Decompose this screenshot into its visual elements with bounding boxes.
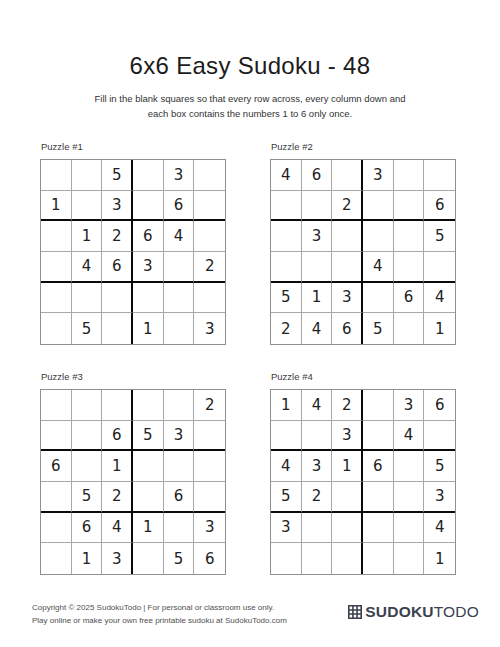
cell-r6c2-given: 1	[72, 543, 103, 574]
cell-r3c3-given: 1	[102, 451, 133, 482]
cell-r4c3-given: 6	[102, 252, 133, 283]
cell-r5c5-empty	[164, 513, 195, 544]
cell-r5c3-given: 4	[102, 513, 133, 544]
cell-r3c2-given: 3	[302, 221, 333, 252]
cell-r6c1-empty	[41, 543, 72, 574]
cell-r6c4-given: 5	[363, 313, 394, 344]
cell-r6c2-given: 5	[72, 313, 103, 344]
cell-r5c3-empty	[332, 513, 363, 544]
puzzle-2: Puzzle #2 463263545136424651	[270, 141, 456, 345]
cell-r6c5-empty	[394, 313, 425, 344]
cell-r5c5-given: 6	[394, 283, 425, 314]
cell-r5c6-given: 3	[194, 513, 225, 544]
cell-r1c3-given: 2	[332, 390, 363, 421]
cell-r2c5-given: 6	[164, 191, 195, 222]
cell-r1c6-given: 2	[194, 390, 225, 421]
cell-r3c2-given: 1	[72, 221, 103, 252]
cell-r2c2-empty	[72, 421, 103, 452]
cell-r3c5-empty	[164, 451, 195, 482]
cell-r1c1-empty	[41, 160, 72, 191]
cell-r3c4-given: 6	[363, 451, 394, 482]
cell-r4c4-empty	[363, 482, 394, 513]
cell-r5c5-empty	[394, 513, 425, 544]
cell-r6c3-empty	[102, 313, 133, 344]
cell-r1c5-given: 3	[394, 390, 425, 421]
cell-r4c5-empty	[164, 252, 195, 283]
logo-text-light: TODO	[434, 603, 479, 620]
cell-r2c2-empty	[302, 421, 333, 452]
cell-r2c5-given: 3	[164, 421, 195, 452]
cell-r4c2-given: 5	[72, 482, 103, 513]
grid-3x3-icon	[347, 604, 363, 620]
cell-r3c4-empty	[363, 221, 394, 252]
cell-r1c5-given: 3	[164, 160, 195, 191]
puzzle-1-label: Puzzle #1	[41, 141, 226, 152]
cell-r1c4-empty	[133, 390, 164, 421]
cell-r1c2-empty	[72, 390, 103, 421]
cell-r5c3-empty	[102, 283, 133, 314]
cell-r5c5-empty	[164, 283, 195, 314]
cell-r5c4-empty	[363, 513, 394, 544]
cell-r2c3-given: 6	[102, 421, 133, 452]
puzzle-3: Puzzle #3 26536152664131356	[40, 371, 226, 575]
cell-r4c3-empty	[332, 252, 363, 283]
cell-r2c4-empty	[363, 421, 394, 452]
cell-r2c6-empty	[424, 421, 455, 452]
cell-r2c6-empty	[194, 421, 225, 452]
cell-r1c5-empty	[164, 390, 195, 421]
cell-r2c4-empty	[363, 191, 394, 222]
cell-r2c2-empty	[72, 191, 103, 222]
cell-r4c3-given: 2	[102, 482, 133, 513]
cell-r5c3-given: 3	[332, 283, 363, 314]
cell-r4c1-empty	[41, 482, 72, 513]
puzzle-3-board: 26536152664131356	[40, 389, 226, 575]
cell-r2c2-empty	[302, 191, 333, 222]
cell-r5c4-empty	[363, 283, 394, 314]
cell-r5c6-given: 4	[424, 513, 455, 544]
cell-r4c6-empty	[194, 482, 225, 513]
cell-r1c1-empty	[41, 390, 72, 421]
cell-r4c2-given: 4	[72, 252, 103, 283]
cell-r2c4-empty	[133, 191, 164, 222]
cell-r4c4-given: 4	[363, 252, 394, 283]
cell-r6c4-empty	[133, 543, 164, 574]
cell-r4c4-given: 3	[133, 252, 164, 283]
cell-r4c1-given: 5	[271, 482, 302, 513]
cell-r2c1-empty	[271, 421, 302, 452]
cell-r4c5-empty	[394, 252, 425, 283]
cell-r6c1-empty	[41, 313, 72, 344]
cell-r2c6-empty	[194, 191, 225, 222]
cell-r3c1-empty	[271, 221, 302, 252]
cell-r3c1-given: 6	[41, 451, 72, 482]
cell-r1c1-given: 1	[271, 390, 302, 421]
cell-r6c1-given: 2	[271, 313, 302, 344]
cell-r3c4-empty	[133, 451, 164, 482]
cell-r1c6-given: 6	[424, 390, 455, 421]
cell-r2c4-given: 5	[133, 421, 164, 452]
cell-r6c2-given: 4	[302, 313, 333, 344]
cell-r6c6-given: 3	[194, 313, 225, 344]
cell-r4c1-empty	[271, 252, 302, 283]
puzzle-4-label: Puzzle #4	[271, 371, 456, 382]
cell-r5c1-given: 3	[271, 513, 302, 544]
cell-r4c6-given: 3	[424, 482, 455, 513]
cell-r1c2-given: 6	[302, 160, 333, 191]
cell-r4c4-empty	[133, 482, 164, 513]
cell-r4c5-empty	[394, 482, 425, 513]
cell-r6c4-empty	[363, 543, 394, 574]
cell-r3c2-given: 3	[302, 451, 333, 482]
cell-r6c6-given: 6	[194, 543, 225, 574]
cell-r3c5-empty	[394, 451, 425, 482]
cell-r5c2-empty	[302, 513, 333, 544]
cell-r6c5-given: 5	[164, 543, 195, 574]
cell-r1c3-empty	[102, 390, 133, 421]
cell-r4c1-empty	[41, 252, 72, 283]
cell-r1c6-empty	[194, 160, 225, 191]
cell-r5c2-empty	[72, 283, 103, 314]
cell-r4c5-given: 6	[164, 482, 195, 513]
cell-r1c3-given: 5	[102, 160, 133, 191]
cell-r2c3-given: 2	[332, 191, 363, 222]
instructions: Fill in the blank squares so that every …	[0, 92, 500, 121]
cell-r3c5-given: 4	[164, 221, 195, 252]
cell-r5c1-empty	[41, 513, 72, 544]
cell-r4c3-empty	[332, 482, 363, 513]
cell-r6c5-empty	[394, 543, 425, 574]
cell-r3c1-given: 4	[271, 451, 302, 482]
cell-r6c3-given: 6	[332, 313, 363, 344]
cell-r3c1-empty	[41, 221, 72, 252]
cell-r1c6-empty	[424, 160, 455, 191]
cell-r3c6-given: 5	[424, 221, 455, 252]
cell-r1c4-empty	[363, 390, 394, 421]
cell-r3c2-empty	[72, 451, 103, 482]
logo-text-bold: SUDOKU	[365, 603, 433, 620]
cell-r2c5-given: 4	[394, 421, 425, 452]
cell-r6c1-empty	[271, 543, 302, 574]
cell-r2c5-empty	[394, 191, 425, 222]
cell-r6c6-given: 1	[424, 313, 455, 344]
puzzle-1: Puzzle #1 5313612644632513	[40, 141, 226, 345]
sudokutodo-logo: SUDOKUTODO	[347, 603, 479, 621]
cell-r5c2-given: 1	[302, 283, 333, 314]
cell-r4c6-given: 2	[194, 252, 225, 283]
instructions-line-1: Fill in the blank squares so that every …	[0, 92, 500, 107]
puzzle-4: Puzzle #4 142363443165523341	[270, 371, 456, 575]
cell-r5c4-empty	[133, 283, 164, 314]
cell-r2c1-given: 1	[41, 191, 72, 222]
copyright-line-1: Copyright © 2025 SudokuTodo | For person…	[32, 601, 287, 614]
puzzle-2-label: Puzzle #2	[271, 141, 456, 152]
cell-r1c5-empty	[394, 160, 425, 191]
cell-r3c5-empty	[394, 221, 425, 252]
cell-r2c6-given: 6	[424, 191, 455, 222]
printable-sudoku-page: 6x6 Easy Sudoku - 48 Fill in the blank s…	[0, 0, 500, 647]
cell-r6c6-given: 1	[424, 543, 455, 574]
page-title: 6x6 Easy Sudoku - 48	[0, 52, 500, 80]
instructions-line-2: each box contains the numbers 1 to 6 onl…	[0, 107, 500, 122]
puzzle-2-board: 463263545136424651	[270, 159, 456, 345]
cell-r1c2-empty	[72, 160, 103, 191]
cell-r3c3-given: 2	[102, 221, 133, 252]
cell-r5c6-given: 4	[424, 283, 455, 314]
copyright-line-2: Play online or make your own free printa…	[32, 614, 287, 627]
cell-r2c1-empty	[41, 421, 72, 452]
cell-r1c4-given: 3	[363, 160, 394, 191]
cell-r1c1-given: 4	[271, 160, 302, 191]
cell-r2c1-empty	[271, 191, 302, 222]
cell-r2c3-given: 3	[332, 421, 363, 452]
cell-r1c2-given: 4	[302, 390, 333, 421]
cell-r1c4-empty	[133, 160, 164, 191]
cell-r6c3-given: 3	[102, 543, 133, 574]
cell-r5c2-given: 6	[72, 513, 103, 544]
cell-r1c3-empty	[332, 160, 363, 191]
cell-r3c3-given: 1	[332, 451, 363, 482]
cell-r3c3-empty	[332, 221, 363, 252]
copyright-text: Copyright © 2025 SudokuTodo | For person…	[32, 601, 287, 627]
puzzle-3-label: Puzzle #3	[41, 371, 226, 382]
cell-r5c6-empty	[194, 283, 225, 314]
cell-r2c3-given: 3	[102, 191, 133, 222]
cell-r6c4-given: 1	[133, 313, 164, 344]
cell-r4c2-given: 2	[302, 482, 333, 513]
cell-r4c6-empty	[424, 252, 455, 283]
cell-r6c2-empty	[302, 543, 333, 574]
cell-r3c6-given: 5	[424, 451, 455, 482]
cell-r6c5-empty	[164, 313, 195, 344]
puzzle-4-board: 142363443165523341	[270, 389, 456, 575]
cell-r3c6-empty	[194, 451, 225, 482]
cell-r4c2-empty	[302, 252, 333, 283]
cell-r6c3-empty	[332, 543, 363, 574]
puzzle-1-board: 5313612644632513	[40, 159, 226, 345]
cell-r3c6-empty	[194, 221, 225, 252]
cell-r5c1-empty	[41, 283, 72, 314]
logo-text: SUDOKUTODO	[365, 603, 479, 621]
cell-r3c4-given: 6	[133, 221, 164, 252]
cell-r5c1-given: 5	[271, 283, 302, 314]
cell-r5c4-given: 1	[133, 513, 164, 544]
